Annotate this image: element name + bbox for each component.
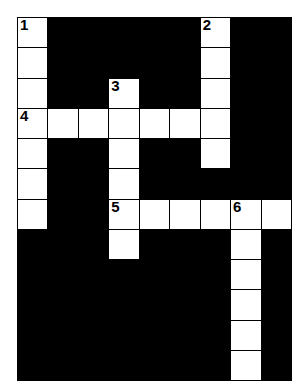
white-cell-r6-c8[interactable] [262, 200, 292, 230]
white-cell-r0-c6[interactable]: 2 [201, 18, 231, 48]
black-cell-r7-c8 [262, 230, 292, 260]
black-cell-r8-c6 [201, 260, 231, 290]
white-cell-r6-c4[interactable] [140, 200, 170, 230]
black-cell-r4-c1 [48, 139, 78, 169]
black-cell-r5-c5 [170, 169, 200, 199]
clue-number-3: 3 [111, 79, 119, 93]
clue-number-2: 2 [203, 18, 211, 32]
white-cell-r4-c3[interactable] [109, 139, 139, 169]
white-cell-r2-c0[interactable] [18, 79, 48, 109]
black-cell-r0-c4 [140, 18, 170, 48]
black-cell-r9-c1 [48, 290, 78, 320]
page-background: { "game": "crossword", "board": { "rows"… [0, 0, 302, 387]
white-cell-r2-c6[interactable] [201, 79, 231, 109]
black-cell-r9-c0 [18, 290, 48, 320]
clue-number-6: 6 [233, 200, 241, 214]
black-cell-r1-c2 [79, 48, 109, 78]
black-cell-r1-c7 [231, 48, 261, 78]
white-cell-r6-c7[interactable]: 6 [231, 200, 261, 230]
clue-number-1: 1 [20, 18, 28, 32]
black-cell-r10-c5 [170, 321, 200, 351]
black-cell-r7-c0 [18, 230, 48, 260]
white-cell-r6-c3[interactable]: 5 [109, 200, 139, 230]
white-cell-r6-c5[interactable] [170, 200, 200, 230]
black-cell-r8-c0 [18, 260, 48, 290]
black-cell-r6-c1 [48, 200, 78, 230]
white-cell-r5-c0[interactable] [18, 169, 48, 199]
black-cell-r5-c2 [79, 169, 109, 199]
black-cell-r8-c8 [262, 260, 292, 290]
black-cell-r7-c5 [170, 230, 200, 260]
black-cell-r9-c5 [170, 290, 200, 320]
white-cell-r7-c7[interactable] [231, 230, 261, 260]
black-cell-r10-c4 [140, 321, 170, 351]
white-cell-r11-c7[interactable] [231, 351, 261, 381]
white-cell-r3-c2[interactable] [79, 109, 109, 139]
white-cell-r2-c3[interactable]: 3 [109, 79, 139, 109]
black-cell-r9-c6 [201, 290, 231, 320]
black-cell-r0-c8 [262, 18, 292, 48]
black-cell-r11-c2 [79, 351, 109, 381]
black-cell-r2-c8 [262, 79, 292, 109]
black-cell-r11-c3 [109, 351, 139, 381]
black-cell-r8-c3 [109, 260, 139, 290]
black-cell-r11-c0 [18, 351, 48, 381]
black-cell-r2-c7 [231, 79, 261, 109]
black-cell-r8-c5 [170, 260, 200, 290]
black-cell-r10-c2 [79, 321, 109, 351]
black-cell-r7-c4 [140, 230, 170, 260]
black-cell-r0-c5 [170, 18, 200, 48]
black-cell-r0-c2 [79, 18, 109, 48]
white-cell-r4-c0[interactable] [18, 139, 48, 169]
white-cell-r6-c0[interactable] [18, 200, 48, 230]
black-cell-r10-c8 [262, 321, 292, 351]
black-cell-r2-c5 [170, 79, 200, 109]
black-cell-r11-c5 [170, 351, 200, 381]
black-cell-r9-c3 [109, 290, 139, 320]
white-cell-r3-c6[interactable] [201, 109, 231, 139]
crossword-grid: 123456 [17, 17, 292, 381]
black-cell-r5-c7 [231, 169, 261, 199]
white-cell-r9-c7[interactable] [231, 290, 261, 320]
black-cell-r8-c2 [79, 260, 109, 290]
white-cell-r0-c0[interactable]: 1 [18, 18, 48, 48]
black-cell-r5-c4 [140, 169, 170, 199]
black-cell-r1-c4 [140, 48, 170, 78]
black-cell-r10-c1 [48, 321, 78, 351]
black-cell-r4-c2 [79, 139, 109, 169]
black-cell-r8-c4 [140, 260, 170, 290]
white-cell-r3-c4[interactable] [140, 109, 170, 139]
white-cell-r1-c0[interactable] [18, 48, 48, 78]
white-cell-r6-c6[interactable] [201, 200, 231, 230]
black-cell-r9-c8 [262, 290, 292, 320]
black-cell-r11-c8 [262, 351, 292, 381]
black-cell-r0-c1 [48, 18, 78, 48]
clue-number-4: 4 [20, 109, 28, 123]
black-cell-r2-c2 [79, 79, 109, 109]
clue-number-5: 5 [111, 200, 119, 214]
black-cell-r0-c7 [231, 18, 261, 48]
black-cell-r11-c1 [48, 351, 78, 381]
black-cell-r5-c8 [262, 169, 292, 199]
white-cell-r3-c3[interactable] [109, 109, 139, 139]
black-cell-r1-c3 [109, 48, 139, 78]
black-cell-r8-c1 [48, 260, 78, 290]
black-cell-r10-c0 [18, 321, 48, 351]
black-cell-r4-c5 [170, 139, 200, 169]
black-cell-r9-c2 [79, 290, 109, 320]
black-cell-r7-c2 [79, 230, 109, 260]
white-cell-r5-c3[interactable] [109, 169, 139, 199]
black-cell-r4-c4 [140, 139, 170, 169]
black-cell-r1-c8 [262, 48, 292, 78]
black-cell-r1-c1 [48, 48, 78, 78]
black-cell-r11-c6 [201, 351, 231, 381]
white-cell-r4-c6[interactable] [201, 139, 231, 169]
black-cell-r7-c6 [201, 230, 231, 260]
black-cell-r1-c5 [170, 48, 200, 78]
white-cell-r3-c0[interactable]: 4 [18, 109, 48, 139]
black-cell-r5-c6 [201, 169, 231, 199]
white-cell-r1-c6[interactable] [201, 48, 231, 78]
black-cell-r0-c3 [109, 18, 139, 48]
black-cell-r4-c7 [231, 139, 261, 169]
black-cell-r2-c1 [48, 79, 78, 109]
black-cell-r10-c6 [201, 321, 231, 351]
black-cell-r5-c1 [48, 169, 78, 199]
black-cell-r10-c3 [109, 321, 139, 351]
black-cell-r7-c1 [48, 230, 78, 260]
white-cell-r7-c3[interactable] [109, 230, 139, 260]
black-cell-r3-c8 [262, 109, 292, 139]
black-cell-r3-c7 [231, 109, 261, 139]
black-cell-r11-c4 [140, 351, 170, 381]
black-cell-r6-c2 [79, 200, 109, 230]
black-cell-r2-c4 [140, 79, 170, 109]
black-cell-r9-c4 [140, 290, 170, 320]
white-cell-r3-c1[interactable] [48, 109, 78, 139]
white-cell-r10-c7[interactable] [231, 321, 261, 351]
white-cell-r3-c5[interactable] [170, 109, 200, 139]
black-cell-r4-c8 [262, 139, 292, 169]
white-cell-r8-c7[interactable] [231, 260, 261, 290]
